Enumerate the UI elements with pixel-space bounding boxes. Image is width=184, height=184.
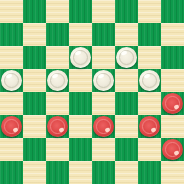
square-2-2[interactable] xyxy=(46,46,69,69)
square-1-1[interactable] xyxy=(23,23,46,46)
square-3-1[interactable] xyxy=(23,69,46,92)
square-5-6[interactable] xyxy=(138,115,161,138)
square-7-5[interactable] xyxy=(115,161,138,184)
square-6-1[interactable] xyxy=(23,138,46,161)
red-checker[interactable] xyxy=(162,139,183,160)
square-1-7[interactable] xyxy=(161,23,184,46)
square-5-0[interactable] xyxy=(0,115,23,138)
red-checker[interactable] xyxy=(93,116,114,137)
square-2-3[interactable] xyxy=(69,46,92,69)
white-checker[interactable] xyxy=(47,70,68,91)
square-4-5[interactable] xyxy=(115,92,138,115)
square-7-1[interactable] xyxy=(23,161,46,184)
square-2-4[interactable] xyxy=(92,46,115,69)
square-5-4[interactable] xyxy=(92,115,115,138)
square-2-5[interactable] xyxy=(115,46,138,69)
square-7-2[interactable] xyxy=(46,161,69,184)
square-0-6[interactable] xyxy=(138,0,161,23)
red-checker[interactable] xyxy=(139,116,160,137)
square-3-0[interactable] xyxy=(0,69,23,92)
square-3-3[interactable] xyxy=(69,69,92,92)
square-0-2[interactable] xyxy=(46,0,69,23)
square-7-4[interactable] xyxy=(92,161,115,184)
square-3-2[interactable] xyxy=(46,69,69,92)
white-checker[interactable] xyxy=(1,70,22,91)
square-2-7[interactable] xyxy=(161,46,184,69)
square-7-3[interactable] xyxy=(69,161,92,184)
square-0-1[interactable] xyxy=(23,0,46,23)
square-2-1[interactable] xyxy=(23,46,46,69)
square-5-7[interactable] xyxy=(161,115,184,138)
square-0-7[interactable] xyxy=(161,0,184,23)
square-0-4[interactable] xyxy=(92,0,115,23)
square-5-5[interactable] xyxy=(115,115,138,138)
square-4-7[interactable] xyxy=(161,92,184,115)
square-1-5[interactable] xyxy=(115,23,138,46)
square-6-4[interactable] xyxy=(92,138,115,161)
checkers-board xyxy=(0,0,184,184)
square-0-3[interactable] xyxy=(69,0,92,23)
square-6-0[interactable] xyxy=(0,138,23,161)
square-1-3[interactable] xyxy=(69,23,92,46)
square-3-6[interactable] xyxy=(138,69,161,92)
square-6-5[interactable] xyxy=(115,138,138,161)
square-4-4[interactable] xyxy=(92,92,115,115)
square-1-6[interactable] xyxy=(138,23,161,46)
square-1-4[interactable] xyxy=(92,23,115,46)
square-6-7[interactable] xyxy=(161,138,184,161)
square-6-2[interactable] xyxy=(46,138,69,161)
square-4-6[interactable] xyxy=(138,92,161,115)
square-4-3[interactable] xyxy=(69,92,92,115)
square-2-6[interactable] xyxy=(138,46,161,69)
white-checker[interactable] xyxy=(116,47,137,68)
square-4-2[interactable] xyxy=(46,92,69,115)
white-checker[interactable] xyxy=(93,70,114,91)
square-6-6[interactable] xyxy=(138,138,161,161)
square-1-0[interactable] xyxy=(0,23,23,46)
square-0-5[interactable] xyxy=(115,0,138,23)
red-checker[interactable] xyxy=(47,116,68,137)
red-checker[interactable] xyxy=(162,93,183,114)
square-0-0[interactable] xyxy=(0,0,23,23)
square-3-5[interactable] xyxy=(115,69,138,92)
square-7-0[interactable] xyxy=(0,161,23,184)
square-5-3[interactable] xyxy=(69,115,92,138)
square-4-0[interactable] xyxy=(0,92,23,115)
square-2-0[interactable] xyxy=(0,46,23,69)
square-3-4[interactable] xyxy=(92,69,115,92)
square-3-7[interactable] xyxy=(161,69,184,92)
square-5-1[interactable] xyxy=(23,115,46,138)
square-6-3[interactable] xyxy=(69,138,92,161)
white-checker[interactable] xyxy=(70,47,91,68)
white-checker[interactable] xyxy=(139,70,160,91)
square-7-7[interactable] xyxy=(161,161,184,184)
red-checker[interactable] xyxy=(1,116,22,137)
square-7-6[interactable] xyxy=(138,161,161,184)
square-1-2[interactable] xyxy=(46,23,69,46)
square-4-1[interactable] xyxy=(23,92,46,115)
square-5-2[interactable] xyxy=(46,115,69,138)
